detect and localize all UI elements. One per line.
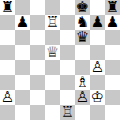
square-d3[interactable] <box>45 75 60 90</box>
square-c1[interactable] <box>30 105 45 120</box>
square-g8[interactable] <box>90 0 105 15</box>
square-h3[interactable] <box>105 75 120 90</box>
white-rook-e1[interactable]: ♖ <box>61 105 74 120</box>
square-b5[interactable] <box>15 45 30 60</box>
square-h4[interactable] <box>105 60 120 75</box>
square-e5[interactable] <box>60 45 75 60</box>
square-a8[interactable]: ♜ <box>0 0 15 15</box>
square-f8[interactable]: ♚ <box>75 0 90 15</box>
square-a2[interactable]: ♙ <box>0 90 15 105</box>
white-rook-d7[interactable]: ♖ <box>46 15 59 30</box>
square-d6[interactable] <box>45 30 60 45</box>
square-f1[interactable] <box>75 105 90 120</box>
square-a1[interactable] <box>0 105 15 120</box>
square-f5[interactable] <box>75 45 90 60</box>
white-pawn-g4[interactable]: ♙ <box>91 60 104 75</box>
square-g3[interactable] <box>90 75 105 90</box>
square-a6[interactable] <box>0 30 15 45</box>
square-d5[interactable]: ♕ <box>45 45 60 60</box>
square-e3[interactable] <box>60 75 75 90</box>
square-e6[interactable] <box>60 30 75 45</box>
square-c2[interactable] <box>30 90 45 105</box>
square-a4[interactable] <box>0 60 15 75</box>
black-rook-h8[interactable]: ♜ <box>106 0 119 15</box>
square-b1[interactable] <box>15 105 30 120</box>
black-pawn-b7[interactable]: ♟ <box>16 15 29 30</box>
chess-diagram: ♜♚♜♟♖♞♟♟♛♕♙♗♙♙♔♖ <box>0 0 120 120</box>
square-f7[interactable]: ♞ <box>75 15 90 30</box>
square-c3[interactable] <box>30 75 45 90</box>
square-g1[interactable] <box>90 105 105 120</box>
white-queen-d5[interactable]: ♕ <box>46 45 59 60</box>
square-d7[interactable]: ♖ <box>45 15 60 30</box>
square-a5[interactable] <box>0 45 15 60</box>
square-e7[interactable] <box>60 15 75 30</box>
square-g7[interactable]: ♟ <box>90 15 105 30</box>
square-e2[interactable] <box>60 90 75 105</box>
square-b8[interactable] <box>15 0 30 15</box>
white-pawn-f2[interactable]: ♙ <box>76 90 89 105</box>
square-g4[interactable]: ♙ <box>90 60 105 75</box>
white-pawn-a2[interactable]: ♙ <box>1 90 14 105</box>
square-b7[interactable]: ♟ <box>15 15 30 30</box>
black-rook-a8[interactable]: ♜ <box>1 0 14 15</box>
square-f6[interactable]: ♛ <box>75 30 90 45</box>
square-a3[interactable] <box>0 75 15 90</box>
square-e1[interactable]: ♖ <box>60 105 75 120</box>
square-c4[interactable] <box>30 60 45 75</box>
square-g2[interactable]: ♔ <box>90 90 105 105</box>
square-g5[interactable] <box>90 45 105 60</box>
black-knight-f7[interactable]: ♞ <box>76 15 89 30</box>
black-queen-f6[interactable]: ♛ <box>76 30 89 45</box>
square-h6[interactable] <box>105 30 120 45</box>
square-h8[interactable]: ♜ <box>105 0 120 15</box>
square-e8[interactable] <box>60 0 75 15</box>
square-d4[interactable] <box>45 60 60 75</box>
square-c5[interactable] <box>30 45 45 60</box>
square-h2[interactable] <box>105 90 120 105</box>
square-d8[interactable] <box>45 0 60 15</box>
square-g6[interactable] <box>90 30 105 45</box>
square-f3[interactable]: ♗ <box>75 75 90 90</box>
square-e4[interactable] <box>60 60 75 75</box>
black-pawn-g7[interactable]: ♟ <box>91 15 104 30</box>
square-f4[interactable] <box>75 60 90 75</box>
square-h1[interactable] <box>105 105 120 120</box>
black-king-f8[interactable]: ♚ <box>76 0 89 15</box>
square-b4[interactable] <box>15 60 30 75</box>
square-d1[interactable] <box>45 105 60 120</box>
square-c7[interactable] <box>30 15 45 30</box>
black-pawn-h7[interactable]: ♟ <box>106 15 119 30</box>
chess-board: ♜♚♜♟♖♞♟♟♛♕♙♗♙♙♔♖ <box>0 0 120 120</box>
square-b3[interactable] <box>15 75 30 90</box>
square-b2[interactable] <box>15 90 30 105</box>
square-h5[interactable] <box>105 45 120 60</box>
square-b6[interactable] <box>15 30 30 45</box>
square-c6[interactable] <box>30 30 45 45</box>
square-c8[interactable] <box>30 0 45 15</box>
square-d2[interactable] <box>45 90 60 105</box>
square-f2[interactable]: ♙ <box>75 90 90 105</box>
square-h7[interactable]: ♟ <box>105 15 120 30</box>
white-bishop-f3[interactable]: ♗ <box>76 75 89 90</box>
square-a7[interactable] <box>0 15 15 30</box>
white-king-g2[interactable]: ♔ <box>91 90 104 105</box>
